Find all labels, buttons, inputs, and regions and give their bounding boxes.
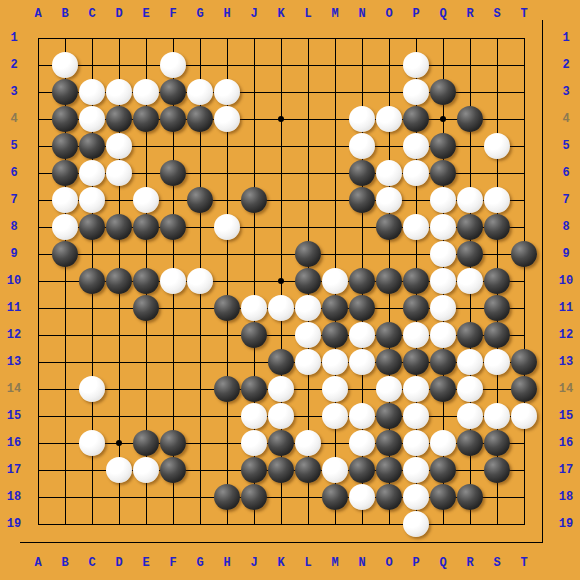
- stone-black-E16: [133, 430, 159, 456]
- col-label-bottom-B: B: [61, 556, 68, 570]
- col-label-top-P: P: [412, 7, 419, 21]
- stone-white-K11: [268, 295, 294, 321]
- stone-black-P11: [403, 295, 429, 321]
- stone-white-B2: [52, 52, 78, 78]
- row-label-left-5: 5: [10, 139, 17, 153]
- stone-white-P16: [403, 430, 429, 456]
- row-label-right-8: 8: [562, 220, 569, 234]
- stone-black-O16: [376, 430, 402, 456]
- row-label-right-14: 14: [559, 382, 573, 396]
- stone-black-Q13: [430, 349, 456, 375]
- stone-black-B3: [52, 79, 78, 105]
- stone-black-K13: [268, 349, 294, 375]
- stone-black-H11: [214, 295, 240, 321]
- stone-white-O7: [376, 187, 402, 213]
- stone-black-R16: [457, 430, 483, 456]
- row-label-left-6: 6: [10, 166, 17, 180]
- col-label-top-B: B: [61, 7, 68, 21]
- stone-black-F17: [160, 457, 186, 483]
- col-label-bottom-D: D: [115, 556, 122, 570]
- stone-white-O4: [376, 106, 402, 132]
- row-label-left-1: 1: [10, 31, 17, 45]
- row-label-right-17: 17: [559, 463, 573, 477]
- stone-black-N7: [349, 187, 375, 213]
- stone-black-K16: [268, 430, 294, 456]
- stone-black-C5: [79, 133, 105, 159]
- stone-white-M13: [322, 349, 348, 375]
- row-label-right-4: 4: [562, 112, 569, 126]
- col-label-top-C: C: [88, 7, 95, 21]
- stone-white-C7: [79, 187, 105, 213]
- stone-white-P6: [403, 160, 429, 186]
- stone-black-T9: [511, 241, 537, 267]
- stone-white-O14: [376, 376, 402, 402]
- go-board: AABBCCDDEEFFGGHHJJKKLLMMNNOOPPQQRRSSTT11…: [0, 0, 580, 580]
- col-label-top-Q: Q: [439, 7, 446, 21]
- stone-white-G3: [187, 79, 213, 105]
- col-label-bottom-J: J: [250, 556, 257, 570]
- stone-white-P17: [403, 457, 429, 483]
- stone-white-Q16: [430, 430, 456, 456]
- stone-white-P18: [403, 484, 429, 510]
- stone-black-F4: [160, 106, 186, 132]
- stone-black-N17: [349, 457, 375, 483]
- stone-black-H14: [214, 376, 240, 402]
- col-label-bottom-P: P: [412, 556, 419, 570]
- star-point-K10: [278, 278, 284, 284]
- stone-black-S17: [484, 457, 510, 483]
- stone-white-H8: [214, 214, 240, 240]
- row-label-right-7: 7: [562, 193, 569, 207]
- stone-black-T13: [511, 349, 537, 375]
- stone-black-E4: [133, 106, 159, 132]
- stone-black-R4: [457, 106, 483, 132]
- row-label-right-10: 10: [559, 274, 573, 288]
- stone-black-N10: [349, 268, 375, 294]
- col-label-bottom-E: E: [142, 556, 149, 570]
- col-label-bottom-O: O: [385, 556, 392, 570]
- col-label-bottom-G: G: [196, 556, 203, 570]
- stone-black-O13: [376, 349, 402, 375]
- stone-black-R9: [457, 241, 483, 267]
- stone-black-T14: [511, 376, 537, 402]
- col-label-top-G: G: [196, 7, 203, 21]
- stone-black-F16: [160, 430, 186, 456]
- stone-black-B9: [52, 241, 78, 267]
- stone-white-T15: [511, 403, 537, 429]
- stone-black-P10: [403, 268, 429, 294]
- stone-white-Q10: [430, 268, 456, 294]
- row-label-right-1: 1: [562, 31, 569, 45]
- stone-white-F10: [160, 268, 186, 294]
- stone-black-S12: [484, 322, 510, 348]
- stone-white-N18: [349, 484, 375, 510]
- stone-black-O18: [376, 484, 402, 510]
- row-label-left-11: 11: [7, 301, 21, 315]
- star-point-Q4: [440, 116, 446, 122]
- stone-black-J12: [241, 322, 267, 348]
- stone-black-F6: [160, 160, 186, 186]
- stone-black-O17: [376, 457, 402, 483]
- stone-white-L16: [295, 430, 321, 456]
- col-label-top-J: J: [250, 7, 257, 21]
- row-label-left-17: 17: [7, 463, 21, 477]
- row-label-left-7: 7: [10, 193, 17, 207]
- stone-black-E10: [133, 268, 159, 294]
- row-label-right-12: 12: [559, 328, 573, 342]
- stone-black-J17: [241, 457, 267, 483]
- col-label-bottom-K: K: [277, 556, 284, 570]
- stone-white-M15: [322, 403, 348, 429]
- stone-black-O8: [376, 214, 402, 240]
- col-label-top-L: L: [304, 7, 311, 21]
- stone-black-Q14: [430, 376, 456, 402]
- col-label-bottom-H: H: [223, 556, 230, 570]
- stone-black-J14: [241, 376, 267, 402]
- row-label-left-18: 18: [7, 490, 21, 504]
- col-label-bottom-F: F: [169, 556, 176, 570]
- col-label-top-R: R: [466, 7, 473, 21]
- stone-white-G10: [187, 268, 213, 294]
- star-point-K4: [278, 116, 284, 122]
- stone-black-D10: [106, 268, 132, 294]
- stone-black-O10: [376, 268, 402, 294]
- board-edge-line-right: [542, 20, 543, 543]
- stone-white-C14: [79, 376, 105, 402]
- stone-white-N15: [349, 403, 375, 429]
- row-label-right-15: 15: [559, 409, 573, 423]
- col-label-top-E: E: [142, 7, 149, 21]
- stone-black-R18: [457, 484, 483, 510]
- stone-black-Q17: [430, 457, 456, 483]
- stone-white-S5: [484, 133, 510, 159]
- stone-white-J11: [241, 295, 267, 321]
- stone-white-R7: [457, 187, 483, 213]
- stone-white-L12: [295, 322, 321, 348]
- col-label-bottom-Q: Q: [439, 556, 446, 570]
- stone-white-J16: [241, 430, 267, 456]
- col-label-top-A: A: [34, 7, 41, 21]
- stone-white-P19: [403, 511, 429, 537]
- stone-white-M14: [322, 376, 348, 402]
- stone-black-S10: [484, 268, 510, 294]
- row-label-right-2: 2: [562, 58, 569, 72]
- col-label-top-O: O: [385, 7, 392, 21]
- stone-white-E17: [133, 457, 159, 483]
- stone-black-B5: [52, 133, 78, 159]
- stone-black-E8: [133, 214, 159, 240]
- col-label-top-K: K: [277, 7, 284, 21]
- col-label-bottom-L: L: [304, 556, 311, 570]
- stone-white-N12: [349, 322, 375, 348]
- stone-white-R14: [457, 376, 483, 402]
- col-label-top-S: S: [493, 7, 500, 21]
- stone-black-J7: [241, 187, 267, 213]
- stone-white-S13: [484, 349, 510, 375]
- stone-black-K17: [268, 457, 294, 483]
- row-label-right-11: 11: [559, 301, 573, 315]
- stone-white-P2: [403, 52, 429, 78]
- stone-black-L17: [295, 457, 321, 483]
- board-edge-line-bottom: [20, 542, 543, 543]
- stone-white-P8: [403, 214, 429, 240]
- stone-white-D3: [106, 79, 132, 105]
- stone-black-S11: [484, 295, 510, 321]
- stone-white-C16: [79, 430, 105, 456]
- row-label-left-14: 14: [7, 382, 21, 396]
- stone-white-E3: [133, 79, 159, 105]
- stone-white-B7: [52, 187, 78, 213]
- stone-black-Q18: [430, 484, 456, 510]
- stone-white-S7: [484, 187, 510, 213]
- stone-black-G4: [187, 106, 213, 132]
- stone-black-Q6: [430, 160, 456, 186]
- stone-white-P15: [403, 403, 429, 429]
- stone-black-G7: [187, 187, 213, 213]
- col-label-top-D: D: [115, 7, 122, 21]
- star-point-D16: [116, 440, 122, 446]
- row-label-right-13: 13: [559, 355, 573, 369]
- stone-black-S8: [484, 214, 510, 240]
- stone-black-S16: [484, 430, 510, 456]
- row-label-right-9: 9: [562, 247, 569, 261]
- stone-white-F2: [160, 52, 186, 78]
- stone-black-E11: [133, 295, 159, 321]
- stone-white-N5: [349, 133, 375, 159]
- row-label-right-19: 19: [559, 517, 573, 531]
- stone-white-Q9: [430, 241, 456, 267]
- stone-white-O6: [376, 160, 402, 186]
- row-label-left-19: 19: [7, 517, 21, 531]
- col-label-bottom-M: M: [331, 556, 338, 570]
- stone-black-D8: [106, 214, 132, 240]
- col-label-top-H: H: [223, 7, 230, 21]
- stone-white-C6: [79, 160, 105, 186]
- stone-white-B8: [52, 214, 78, 240]
- col-label-top-N: N: [358, 7, 365, 21]
- stone-black-B4: [52, 106, 78, 132]
- stone-black-M18: [322, 484, 348, 510]
- stone-white-R13: [457, 349, 483, 375]
- row-label-left-9: 9: [10, 247, 17, 261]
- row-label-right-5: 5: [562, 139, 569, 153]
- row-label-left-15: 15: [7, 409, 21, 423]
- stone-white-C4: [79, 106, 105, 132]
- stone-white-E7: [133, 187, 159, 213]
- col-label-bottom-N: N: [358, 556, 365, 570]
- col-label-top-F: F: [169, 7, 176, 21]
- stone-white-Q11: [430, 295, 456, 321]
- stone-white-S15: [484, 403, 510, 429]
- stone-white-P5: [403, 133, 429, 159]
- stone-black-J18: [241, 484, 267, 510]
- col-label-bottom-C: C: [88, 556, 95, 570]
- stone-black-M11: [322, 295, 348, 321]
- row-label-left-3: 3: [10, 85, 17, 99]
- stone-white-N4: [349, 106, 375, 132]
- col-label-top-M: M: [331, 7, 338, 21]
- stone-white-R10: [457, 268, 483, 294]
- stone-white-P3: [403, 79, 429, 105]
- row-label-right-18: 18: [559, 490, 573, 504]
- stone-white-H4: [214, 106, 240, 132]
- row-label-left-2: 2: [10, 58, 17, 72]
- stone-white-Q12: [430, 322, 456, 348]
- stone-black-Q5: [430, 133, 456, 159]
- stone-black-Q3: [430, 79, 456, 105]
- row-label-left-4: 4: [10, 112, 17, 126]
- stone-black-M12: [322, 322, 348, 348]
- stone-black-P13: [403, 349, 429, 375]
- stone-white-P12: [403, 322, 429, 348]
- stone-black-N6: [349, 160, 375, 186]
- stone-white-L11: [295, 295, 321, 321]
- stone-black-C10: [79, 268, 105, 294]
- stone-white-D17: [106, 457, 132, 483]
- row-label-left-10: 10: [7, 274, 21, 288]
- stone-black-R12: [457, 322, 483, 348]
- stone-white-Q8: [430, 214, 456, 240]
- stone-white-M10: [322, 268, 348, 294]
- stone-black-H18: [214, 484, 240, 510]
- stone-white-C3: [79, 79, 105, 105]
- stone-black-L10: [295, 268, 321, 294]
- stone-white-H3: [214, 79, 240, 105]
- stone-black-C8: [79, 214, 105, 240]
- col-label-bottom-R: R: [466, 556, 473, 570]
- stone-black-R8: [457, 214, 483, 240]
- row-label-left-16: 16: [7, 436, 21, 450]
- row-label-right-16: 16: [559, 436, 573, 450]
- stone-black-O15: [376, 403, 402, 429]
- stone-white-Q7: [430, 187, 456, 213]
- stone-black-F3: [160, 79, 186, 105]
- stone-black-L9: [295, 241, 321, 267]
- stone-white-P14: [403, 376, 429, 402]
- stone-white-D5: [106, 133, 132, 159]
- stone-black-D4: [106, 106, 132, 132]
- stone-white-N16: [349, 430, 375, 456]
- stone-white-N13: [349, 349, 375, 375]
- stone-white-K14: [268, 376, 294, 402]
- stone-black-F8: [160, 214, 186, 240]
- stone-black-P4: [403, 106, 429, 132]
- col-label-bottom-A: A: [34, 556, 41, 570]
- stone-black-B6: [52, 160, 78, 186]
- row-label-right-3: 3: [562, 85, 569, 99]
- stone-white-J15: [241, 403, 267, 429]
- row-label-left-8: 8: [10, 220, 17, 234]
- col-label-bottom-S: S: [493, 556, 500, 570]
- col-label-top-T: T: [520, 7, 527, 21]
- stone-white-K15: [268, 403, 294, 429]
- stone-black-N11: [349, 295, 375, 321]
- stone-black-O12: [376, 322, 402, 348]
- stone-white-D6: [106, 160, 132, 186]
- row-label-right-6: 6: [562, 166, 569, 180]
- row-label-left-13: 13: [7, 355, 21, 369]
- stone-white-L13: [295, 349, 321, 375]
- stone-white-R15: [457, 403, 483, 429]
- stone-white-M17: [322, 457, 348, 483]
- col-label-bottom-T: T: [520, 556, 527, 570]
- row-label-left-12: 12: [7, 328, 21, 342]
